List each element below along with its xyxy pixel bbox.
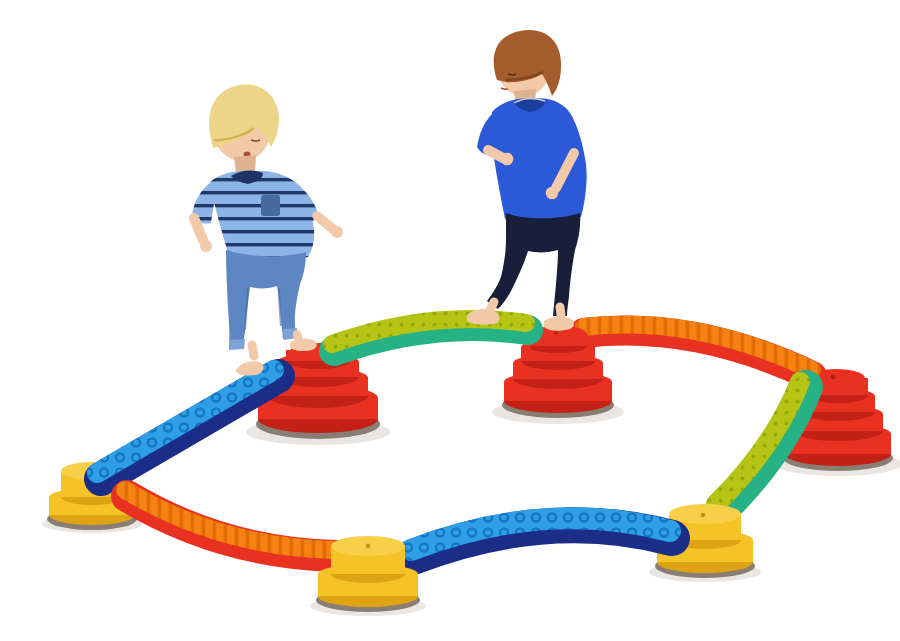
right-boy-back-foot xyxy=(544,317,574,331)
left-boy-chest-pocket xyxy=(261,195,280,216)
right-boy-front-ankle xyxy=(490,302,494,310)
stone-top-hole xyxy=(554,331,558,335)
stone-top-hole xyxy=(366,544,370,548)
left-boy-neck xyxy=(234,155,256,173)
right-boy-right-hand xyxy=(546,187,559,200)
left-boy-left-hand xyxy=(200,240,212,252)
right-boy-left-hand xyxy=(501,153,514,166)
bottom-middle-yellow-stone xyxy=(316,536,420,612)
right-boy-left-forearm xyxy=(488,150,503,158)
stone-top-hole xyxy=(831,375,836,380)
left-boy-front-cuff xyxy=(229,339,245,350)
scene-canvas xyxy=(0,0,900,641)
balance-course-photo xyxy=(0,0,900,641)
right-boy-back-ankle xyxy=(560,307,561,315)
stone-top-hole xyxy=(701,513,705,517)
left-boy-right-hand xyxy=(331,226,343,238)
left-boy-front-ankle xyxy=(252,345,254,356)
